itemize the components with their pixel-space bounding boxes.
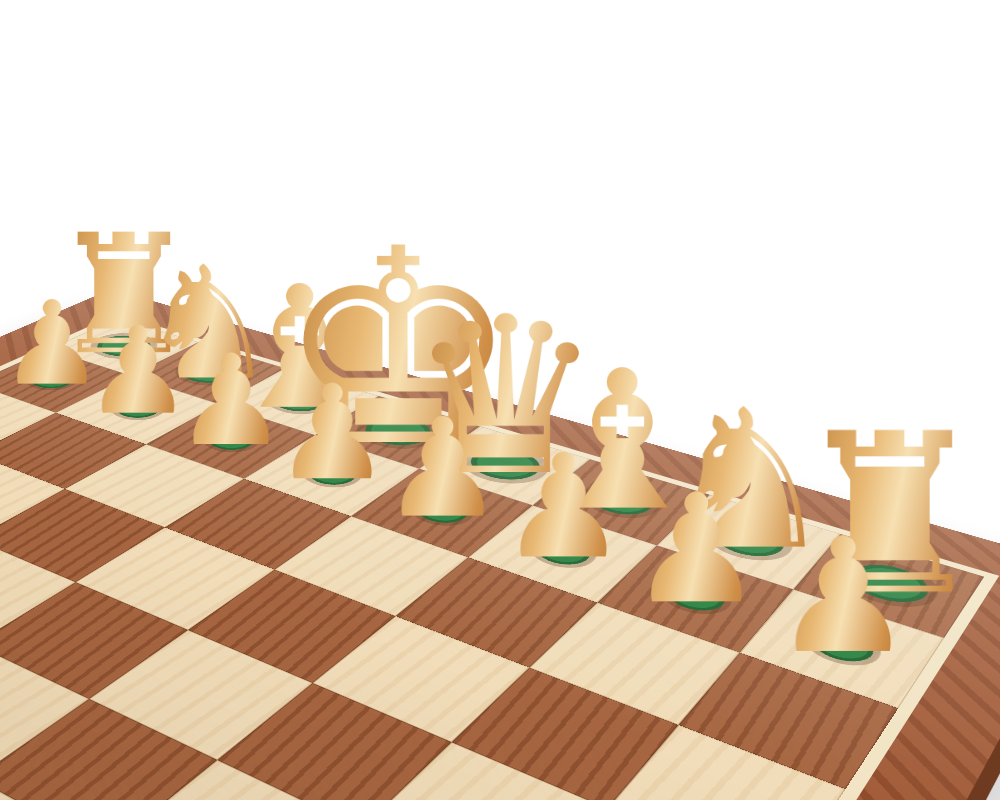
square-b3[interactable] (529, 603, 739, 725)
square-b2[interactable]: ♟ (597, 545, 793, 652)
chess-set-photo: ♜♞♝♚♛♝♞♜♟♟♟♟♟♟♟♟ (0, 0, 1000, 800)
chess-board: ♜♞♝♚♛♝♞♜♟♟♟♟♟♟♟♟ (0, 289, 1000, 800)
board-inlay-line: ♜♞♝♚♛♝♞♜♟♟♟♟♟♟♟♟ (0, 314, 999, 800)
white-pawn-b2[interactable]: ♟ (629, 474, 764, 625)
white-pawn-c2[interactable]: ♟ (499, 435, 628, 579)
white-pawn-d2[interactable]: ♟ (381, 400, 504, 537)
board-grid: ♜♞♝♚♛♝♞♜♟♟♟♟♟♟♟♟ (0, 318, 984, 800)
